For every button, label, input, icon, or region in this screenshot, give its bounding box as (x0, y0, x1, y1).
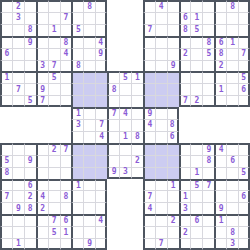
cell-r6c5[interactable]: 7 (48, 60, 60, 72)
cell-r2c9[interactable] (95, 12, 107, 24)
cell-r8c14[interactable] (155, 83, 167, 95)
cell-r1c2[interactable]: 2 (12, 0, 24, 12)
cell-r12c11[interactable]: 1 (119, 131, 131, 143)
cell-r19c19[interactable]: 1 (214, 214, 226, 226)
cell-r3c9[interactable] (95, 24, 107, 36)
cell-r7c4[interactable] (36, 71, 48, 83)
cell-r17c6[interactable]: 8 (60, 190, 72, 202)
cell-r15c16[interactable] (179, 167, 191, 179)
cell-r1c21[interactable] (238, 0, 250, 12)
cell-r3c21[interactable] (238, 24, 250, 36)
cell-r12c13[interactable] (143, 131, 155, 143)
cell-r17c18[interactable] (202, 190, 214, 202)
cell-r14c21[interactable] (238, 155, 250, 167)
cell-r9c8[interactable] (83, 95, 95, 107)
cell-r9c5[interactable] (48, 95, 60, 107)
cell-r3c2[interactable] (12, 24, 24, 36)
cell-r15c11[interactable]: 3 (119, 167, 131, 179)
cell-r14c6[interactable] (60, 155, 72, 167)
cell-r5c13[interactable] (143, 48, 155, 60)
cell-r7c14[interactable] (155, 71, 167, 83)
cell-r3c15[interactable] (167, 24, 179, 36)
cell-r21c5[interactable] (48, 238, 60, 250)
cell-r6c19[interactable]: 2 (214, 60, 226, 72)
cell-r5c15[interactable] (167, 48, 179, 60)
cell-r20c7[interactable] (71, 226, 83, 238)
cell-r13c4[interactable] (36, 143, 48, 155)
cell-r9c11[interactable] (119, 95, 131, 107)
cell-r3c17[interactable]: 5 (190, 24, 202, 36)
cell-r17c2[interactable] (12, 190, 24, 202)
cell-r20c4[interactable] (36, 226, 48, 238)
cell-r10c13[interactable]: 9 (143, 107, 155, 119)
cell-r7c5[interactable]: 5 (48, 71, 60, 83)
cell-r10c14[interactable] (155, 107, 167, 119)
cell-r19c21[interactable] (238, 214, 250, 226)
cell-r4c18[interactable]: 8 (202, 36, 214, 48)
cell-r3c19[interactable] (214, 24, 226, 36)
cell-r15c17[interactable]: 1 (190, 167, 202, 179)
cell-r17c13[interactable]: 7 (143, 190, 155, 202)
cell-r5c2[interactable] (12, 48, 24, 60)
cell-r5c21[interactable]: 7 (238, 48, 250, 60)
cell-r12c14[interactable] (155, 131, 167, 143)
cell-r15c18[interactable] (202, 167, 214, 179)
cell-r15c6[interactable] (60, 167, 72, 179)
cell-r7c15[interactable] (167, 71, 179, 83)
cell-r3c4[interactable] (36, 24, 48, 36)
cell-r19c1[interactable] (0, 214, 12, 226)
cell-r5c1[interactable]: 6 (0, 48, 12, 60)
cell-r1c18[interactable] (202, 0, 214, 12)
cell-r17c5[interactable] (48, 190, 60, 202)
cell-r14c13[interactable] (143, 155, 155, 167)
cell-r18c14[interactable] (155, 202, 167, 214)
cell-r18c7[interactable] (71, 202, 83, 214)
cell-r14c5[interactable] (48, 155, 60, 167)
cell-r15c13[interactable] (143, 167, 155, 179)
cell-r13c19[interactable]: 4 (214, 143, 226, 155)
cell-r5c7[interactable] (71, 48, 83, 60)
cell-r5c6[interactable]: 4 (60, 48, 72, 60)
cell-r2c17[interactable]: 1 (190, 12, 202, 24)
cell-r10c9[interactable] (95, 107, 107, 119)
cell-r16c20[interactable] (226, 179, 238, 191)
cell-r8c20[interactable] (226, 83, 238, 95)
cell-r18c8[interactable] (83, 202, 95, 214)
cell-r2c15[interactable] (167, 12, 179, 24)
cell-r18c3[interactable]: 8 (24, 202, 36, 214)
cell-r8c6[interactable] (60, 83, 72, 95)
cell-r17c3[interactable]: 2 (24, 190, 36, 202)
cell-r8c5[interactable] (48, 83, 60, 95)
cell-r11c9[interactable]: 7 (95, 119, 107, 131)
cell-r18c20[interactable] (226, 202, 238, 214)
cell-r6c14[interactable] (155, 60, 167, 72)
cell-r14c8[interactable] (83, 155, 95, 167)
cell-r8c3[interactable] (24, 83, 36, 95)
cell-r18c19[interactable]: 9 (214, 202, 226, 214)
cell-r2c3[interactable] (24, 12, 36, 24)
cell-r14c16[interactable] (179, 155, 191, 167)
cell-r4c9[interactable]: 4 (95, 36, 107, 48)
cell-r21c8[interactable]: 9 (83, 238, 95, 250)
cell-r15c21[interactable]: 5 (238, 167, 250, 179)
cell-r4c21[interactable] (238, 36, 250, 48)
cell-r21c6[interactable] (60, 238, 72, 250)
cell-r6c3[interactable] (24, 60, 36, 72)
cell-r15c8[interactable] (83, 167, 95, 179)
cell-r5c16[interactable]: 2 (179, 48, 191, 60)
cell-r13c20[interactable] (226, 143, 238, 155)
cell-r18c16[interactable]: 3 (179, 202, 191, 214)
cell-r15c12[interactable] (131, 167, 143, 179)
cell-r18c17[interactable] (190, 202, 202, 214)
cell-r13c15[interactable] (167, 143, 179, 155)
cell-r1c7[interactable] (71, 0, 83, 12)
cell-r7c1[interactable]: 1 (0, 71, 12, 83)
cell-r13c2[interactable] (12, 143, 24, 155)
cell-r5c5[interactable] (48, 48, 60, 60)
cell-r4c3[interactable]: 9 (24, 36, 36, 48)
cell-r3c3[interactable]: 8 (24, 24, 36, 36)
cell-r1c20[interactable]: 8 (226, 0, 238, 12)
cell-r20c2[interactable] (12, 226, 24, 238)
cell-r3c1[interactable] (0, 24, 12, 36)
cell-r13c8[interactable] (83, 143, 95, 155)
cell-r18c1[interactable] (0, 202, 12, 214)
cell-r21c20[interactable]: 3 (226, 238, 238, 250)
cell-r14c20[interactable]: 6 (226, 155, 238, 167)
cell-r19c18[interactable] (202, 214, 214, 226)
cell-r4c19[interactable]: 6 (214, 36, 226, 48)
cell-r1c13[interactable] (143, 0, 155, 12)
cell-r15c10[interactable]: 9 (107, 167, 119, 179)
cell-r10c8[interactable] (83, 107, 95, 119)
cell-r9c10[interactable] (107, 95, 119, 107)
cell-r20c14[interactable] (155, 226, 167, 238)
cell-r16c17[interactable]: 5 (190, 179, 202, 191)
cell-r21c18[interactable] (202, 238, 214, 250)
cell-r18c18[interactable] (202, 202, 214, 214)
cell-r8c18[interactable] (202, 83, 214, 95)
cell-r20c5[interactable]: 5 (48, 226, 60, 238)
cell-r20c19[interactable] (214, 226, 226, 238)
cell-r21c2[interactable]: 1 (12, 238, 24, 250)
cell-r2c19[interactable] (214, 12, 226, 24)
cell-r19c6[interactable]: 6 (60, 214, 72, 226)
cell-r7c20[interactable] (226, 71, 238, 83)
cell-r20c16[interactable]: 2 (179, 226, 191, 238)
cell-r18c6[interactable] (60, 202, 72, 214)
cell-r19c2[interactable] (12, 214, 24, 226)
cell-r8c9[interactable] (95, 83, 107, 95)
cell-r5c9[interactable]: 9 (95, 48, 107, 60)
cell-r13c6[interactable]: 7 (60, 143, 72, 155)
cell-r5c4[interactable] (36, 48, 48, 60)
cell-r20c6[interactable]: 1 (60, 226, 72, 238)
cell-r5c14[interactable] (155, 48, 167, 60)
cell-r20c1[interactable] (0, 226, 12, 238)
cell-r13c12[interactable] (131, 143, 143, 155)
cell-r3c5[interactable]: 1 (48, 24, 60, 36)
cell-r9c12[interactable] (131, 95, 143, 107)
cell-r14c17[interactable] (190, 155, 202, 167)
cell-r19c7[interactable] (71, 214, 83, 226)
cell-r13c1[interactable] (0, 143, 12, 155)
cell-r3c16[interactable]: 8 (179, 24, 191, 36)
cell-r8c1[interactable] (0, 83, 12, 95)
cell-r19c5[interactable]: 7 (48, 214, 60, 226)
cell-r17c8[interactable] (83, 190, 95, 202)
cell-r17c21[interactable]: 6 (238, 190, 250, 202)
cell-r13c21[interactable] (238, 143, 250, 155)
cell-r1c1[interactable] (0, 0, 12, 12)
cell-r10c11[interactable]: 4 (119, 107, 131, 119)
cell-r15c7[interactable] (71, 167, 83, 179)
cell-r2c20[interactable] (226, 12, 238, 24)
cell-r4c13[interactable] (143, 36, 155, 48)
cell-r12c9[interactable]: 4 (95, 131, 107, 143)
cell-r9c13[interactable] (143, 95, 155, 107)
cell-r1c17[interactable] (190, 0, 202, 12)
cell-r3c6[interactable] (60, 24, 72, 36)
cell-r11c10[interactable] (107, 119, 119, 131)
cell-r6c16[interactable] (179, 60, 191, 72)
cell-r2c7[interactable] (71, 12, 83, 24)
cell-r15c19[interactable] (214, 167, 226, 179)
cell-r1c8[interactable]: 8 (83, 0, 95, 12)
cell-r1c5[interactable] (48, 0, 60, 12)
cell-r1c4[interactable] (36, 0, 48, 12)
cell-r18c5[interactable] (48, 202, 60, 214)
cell-r15c14[interactable] (155, 167, 167, 179)
cell-r2c1[interactable] (0, 12, 12, 24)
cell-r20c17[interactable] (190, 226, 202, 238)
cell-r8c2[interactable]: 7 (12, 83, 24, 95)
cell-r5c8[interactable] (83, 48, 95, 60)
cell-r4c2[interactable] (12, 36, 24, 48)
cell-r4c1[interactable] (0, 36, 12, 48)
cell-r6c9[interactable] (95, 60, 107, 72)
cell-r13c14[interactable] (155, 143, 167, 155)
cell-r1c9[interactable] (95, 0, 107, 12)
cell-r9c3[interactable]: 5 (24, 95, 36, 107)
cell-r9c17[interactable]: 2 (190, 95, 202, 107)
cell-r9c2[interactable] (12, 95, 24, 107)
cell-r12c12[interactable]: 8 (131, 131, 143, 143)
cell-r21c1[interactable] (0, 238, 12, 250)
cell-r4c6[interactable]: 8 (60, 36, 72, 48)
cell-r2c18[interactable] (202, 12, 214, 24)
cell-r18c9[interactable] (95, 202, 107, 214)
cell-r1c14[interactable]: 4 (155, 0, 167, 12)
cell-r2c6[interactable]: 7 (60, 12, 72, 24)
cell-r11c11[interactable] (119, 119, 131, 131)
cell-r3c20[interactable] (226, 24, 238, 36)
cell-r12c7[interactable] (71, 131, 83, 143)
cell-r9c1[interactable] (0, 95, 12, 107)
cell-r7c8[interactable] (83, 71, 95, 83)
cell-r13c13[interactable] (143, 143, 155, 155)
cell-r2c8[interactable] (83, 12, 95, 24)
cell-r16c21[interactable] (238, 179, 250, 191)
cell-r16c6[interactable] (60, 179, 72, 191)
cell-r21c3[interactable] (24, 238, 36, 250)
cell-r8c16[interactable] (179, 83, 191, 95)
cell-r7c7[interactable] (71, 71, 83, 83)
cell-r18c15[interactable] (167, 202, 179, 214)
cell-r11c7[interactable]: 3 (71, 119, 83, 131)
cell-r6c2[interactable] (12, 60, 24, 72)
cell-r16c18[interactable]: 7 (202, 179, 214, 191)
cell-r21c16[interactable] (179, 238, 191, 250)
cell-r5c18[interactable]: 5 (202, 48, 214, 60)
cell-r19c4[interactable] (36, 214, 48, 226)
cell-r17c9[interactable] (95, 190, 107, 202)
cell-r14c19[interactable] (214, 155, 226, 167)
cell-r15c5[interactable] (48, 167, 60, 179)
cell-r9c14[interactable] (155, 95, 167, 107)
cell-r13c16[interactable] (179, 143, 191, 155)
cell-r12c8[interactable] (83, 131, 95, 143)
cell-r20c9[interactable] (95, 226, 107, 238)
cell-r7c12[interactable]: 1 (131, 71, 143, 83)
cell-r17c1[interactable]: 7 (0, 190, 12, 202)
cell-r11c12[interactable] (131, 119, 143, 131)
cell-r10c10[interactable]: 7 (107, 107, 119, 119)
cell-r19c15[interactable]: 2 (167, 214, 179, 226)
cell-r6c6[interactable] (60, 60, 72, 72)
cell-r21c14[interactable]: 7 (155, 238, 167, 250)
cell-r16c5[interactable] (48, 179, 60, 191)
cell-r8c17[interactable] (190, 83, 202, 95)
cell-r6c17[interactable] (190, 60, 202, 72)
cell-r4c14[interactable] (155, 36, 167, 48)
cell-r8c15[interactable] (167, 83, 179, 95)
cell-r18c4[interactable]: 2 (36, 202, 48, 214)
cell-r19c14[interactable] (155, 214, 167, 226)
cell-r13c9[interactable] (95, 143, 107, 155)
cell-r6c18[interactable] (202, 60, 214, 72)
cell-r2c13[interactable] (143, 12, 155, 24)
cell-r15c2[interactable] (12, 167, 24, 179)
cell-r20c21[interactable] (238, 226, 250, 238)
cell-r14c11[interactable] (119, 155, 131, 167)
cell-r7c9[interactable] (95, 71, 107, 83)
cell-r16c7[interactable]: 1 (71, 179, 83, 191)
cell-r1c3[interactable] (24, 0, 36, 12)
cell-r10c12[interactable] (131, 107, 143, 119)
cell-r18c21[interactable] (238, 202, 250, 214)
cell-r21c4[interactable] (36, 238, 48, 250)
cell-r4c20[interactable]: 1 (226, 36, 238, 48)
cell-r9c6[interactable] (60, 95, 72, 107)
cell-r5c3[interactable] (24, 48, 36, 60)
cell-r21c7[interactable] (71, 238, 83, 250)
cell-r16c13[interactable] (143, 179, 155, 191)
cell-r13c11[interactable] (119, 143, 131, 155)
cell-r7c13[interactable] (143, 71, 155, 83)
cell-r8c21[interactable]: 6 (238, 83, 250, 95)
cell-r2c21[interactable] (238, 12, 250, 24)
cell-r19c17[interactable]: 6 (190, 214, 202, 226)
cell-r4c5[interactable] (48, 36, 60, 48)
cell-r16c3[interactable]: 6 (24, 179, 36, 191)
cell-r15c15[interactable] (167, 167, 179, 179)
cell-r17c19[interactable] (214, 190, 226, 202)
cell-r1c6[interactable] (60, 0, 72, 12)
cell-r7c3[interactable] (24, 71, 36, 83)
cell-r13c17[interactable] (190, 143, 202, 155)
cell-r16c1[interactable] (0, 179, 12, 191)
cell-r19c16[interactable] (179, 214, 191, 226)
cell-r11c8[interactable] (83, 119, 95, 131)
cell-r6c4[interactable]: 3 (36, 60, 48, 72)
cell-r13c5[interactable]: 2 (48, 143, 60, 155)
cell-r3c18[interactable] (202, 24, 214, 36)
cell-r2c16[interactable]: 6 (179, 12, 191, 24)
cell-r21c17[interactable] (190, 238, 202, 250)
cell-r19c20[interactable] (226, 214, 238, 226)
cell-r9c20[interactable] (226, 95, 238, 107)
cell-r6c7[interactable]: 8 (71, 60, 83, 72)
cell-r14c12[interactable]: 2 (131, 155, 143, 167)
cell-r6c21[interactable] (238, 60, 250, 72)
cell-r19c13[interactable] (143, 214, 155, 226)
cell-r15c20[interactable] (226, 167, 238, 179)
cell-r3c13[interactable]: 7 (143, 24, 155, 36)
cell-r4c15[interactable] (167, 36, 179, 48)
cell-r3c14[interactable] (155, 24, 167, 36)
cell-r8c12[interactable] (131, 83, 143, 95)
cell-r8c11[interactable] (119, 83, 131, 95)
cell-r16c16[interactable] (179, 179, 191, 191)
cell-r20c20[interactable]: 8 (226, 226, 238, 238)
cell-r14c14[interactable] (155, 155, 167, 167)
cell-r17c17[interactable] (190, 190, 202, 202)
cell-r16c14[interactable] (155, 179, 167, 191)
cell-r5c19[interactable]: 8 (214, 48, 226, 60)
cell-r20c18[interactable] (202, 226, 214, 238)
cell-r17c4[interactable]: 4 (36, 190, 48, 202)
cell-r13c18[interactable]: 9 (202, 143, 214, 155)
cell-r16c19[interactable] (214, 179, 226, 191)
cell-r5c20[interactable] (226, 48, 238, 60)
cell-r1c15[interactable] (167, 0, 179, 12)
cell-r7c11[interactable]: 5 (119, 71, 131, 83)
cell-r2c5[interactable] (48, 12, 60, 24)
cell-r21c13[interactable] (143, 238, 155, 250)
cell-r13c10[interactable] (107, 143, 119, 155)
cell-r14c15[interactable] (167, 155, 179, 167)
cell-r14c1[interactable]: 5 (0, 155, 12, 167)
cell-r9c15[interactable] (167, 95, 179, 107)
cell-r2c2[interactable]: 3 (12, 12, 24, 24)
cell-r9c21[interactable] (238, 95, 250, 107)
cell-r14c3[interactable]: 9 (24, 155, 36, 167)
cell-r17c16[interactable]: 1 (179, 190, 191, 202)
cell-r15c4[interactable] (36, 167, 48, 179)
cell-r2c4[interactable] (36, 12, 48, 24)
cell-r14c7[interactable] (71, 155, 83, 167)
cell-r7c19[interactable] (214, 71, 226, 83)
cell-r9c16[interactable]: 7 (179, 95, 191, 107)
cell-r4c4[interactable] (36, 36, 48, 48)
cell-r8c4[interactable]: 9 (36, 83, 48, 95)
cell-r7c16[interactable] (179, 71, 191, 83)
cell-r21c15[interactable] (167, 238, 179, 250)
